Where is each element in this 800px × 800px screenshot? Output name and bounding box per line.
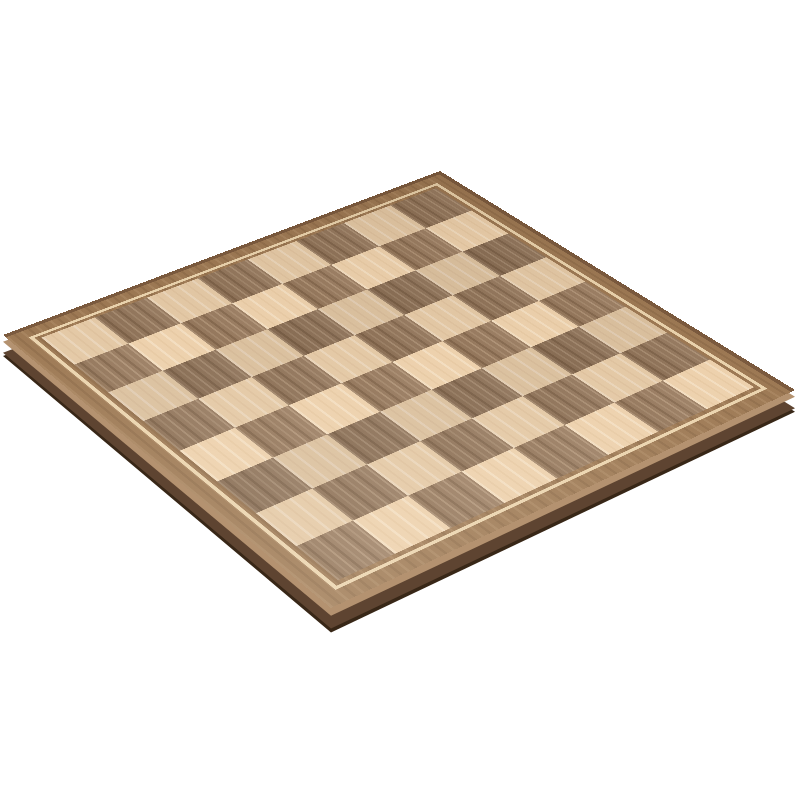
chess-board — [3, 171, 795, 608]
board-grid — [41, 188, 754, 580]
product-photo-stage — [0, 0, 800, 800]
